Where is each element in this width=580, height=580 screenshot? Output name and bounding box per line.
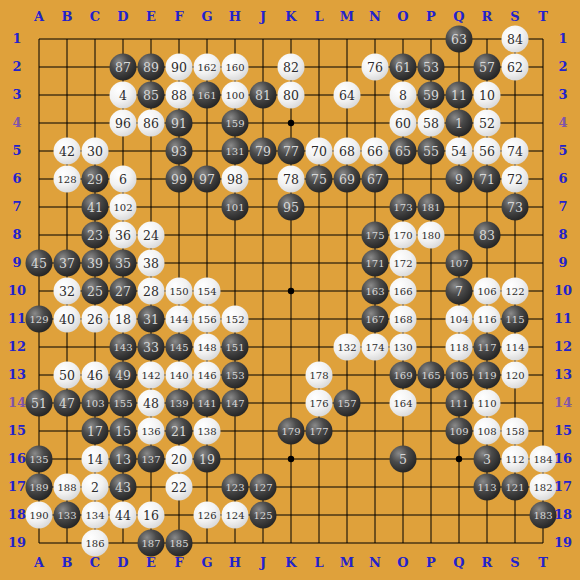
move-number: 161 <box>197 90 216 101</box>
stone-white-18: 18 <box>110 306 137 333</box>
stone-white-168: 168 <box>390 306 417 333</box>
move-number: 61 <box>395 60 411 75</box>
move-number: 101 <box>225 202 244 213</box>
move-number: 25 <box>87 284 103 299</box>
stone-black-23: 23 <box>82 222 109 249</box>
col-label-G: G <box>196 555 218 571</box>
stone-white-136: 136 <box>138 418 165 445</box>
move-number: 20 <box>171 452 187 467</box>
stone-black-161: 161 <box>194 82 221 109</box>
move-number: 47 <box>59 396 75 411</box>
col-label-H: H <box>224 9 246 25</box>
row-label-15: 15 <box>552 423 574 439</box>
move-number: 3 <box>483 452 491 467</box>
stone-black-121: 121 <box>502 474 529 501</box>
move-number: 105 <box>449 370 468 381</box>
stone-white-132: 132 <box>334 334 361 361</box>
stone-black-59: 59 <box>418 82 445 109</box>
move-number: 27 <box>115 284 131 299</box>
move-number: 60 <box>395 116 411 131</box>
stone-black-15: 15 <box>110 418 137 445</box>
stone-white-130: 130 <box>390 334 417 361</box>
move-number: 162 <box>197 62 216 73</box>
col-label-H: H <box>224 555 246 571</box>
move-number: 110 <box>477 398 496 409</box>
move-number: 116 <box>477 314 496 325</box>
stone-black-117: 117 <box>474 334 501 361</box>
stone-white-116: 116 <box>474 306 501 333</box>
stone-black-55: 55 <box>418 138 445 165</box>
stone-white-22: 22 <box>166 474 193 501</box>
col-label-R: R <box>476 555 498 571</box>
stone-white-158: 158 <box>502 418 529 445</box>
stone-white-176: 176 <box>306 390 333 417</box>
move-number: 114 <box>505 342 524 353</box>
move-number: 81 <box>255 88 271 103</box>
move-number: 2 <box>91 480 99 495</box>
row-label-18: 18 <box>552 507 574 523</box>
move-number: 142 <box>141 370 160 381</box>
move-number: 132 <box>337 342 356 353</box>
col-label-F: F <box>168 555 190 571</box>
col-label-B: B <box>56 555 78 571</box>
row-label-10: 10 <box>6 283 28 299</box>
stone-white-72: 72 <box>502 166 529 193</box>
col-label-A: A <box>28 555 50 571</box>
stone-white-186: 186 <box>82 530 109 557</box>
col-label-O: O <box>392 9 414 25</box>
move-number: 109 <box>449 426 468 437</box>
move-number: 147 <box>225 398 244 409</box>
move-number: 104 <box>449 314 468 325</box>
move-number: 13 <box>115 452 131 467</box>
stone-white-138: 138 <box>194 418 221 445</box>
col-label-Q: Q <box>448 555 470 571</box>
move-number: 65 <box>395 144 411 159</box>
stone-black-67: 67 <box>362 166 389 193</box>
move-number: 29 <box>87 172 103 187</box>
row-label-2: 2 <box>6 59 28 75</box>
move-number: 82 <box>283 60 299 75</box>
col-label-K: K <box>280 555 302 571</box>
row-label-17: 17 <box>6 479 28 495</box>
move-number: 78 <box>283 172 299 187</box>
move-number: 56 <box>479 144 495 159</box>
stone-black-35: 35 <box>110 250 137 277</box>
move-number: 54 <box>451 144 467 159</box>
stone-black-97: 97 <box>194 166 221 193</box>
row-label-10: 10 <box>552 283 574 299</box>
stone-white-32: 32 <box>54 278 81 305</box>
move-number: 14 <box>87 452 103 467</box>
move-number: 44 <box>115 508 131 523</box>
row-label-3: 3 <box>552 87 574 103</box>
move-number: 164 <box>393 398 412 409</box>
stone-black-185: 185 <box>166 530 193 557</box>
stone-black-123: 123 <box>222 474 249 501</box>
move-number: 80 <box>283 88 299 103</box>
row-label-8: 8 <box>6 227 28 243</box>
move-number: 166 <box>393 286 412 297</box>
move-number: 119 <box>477 370 496 381</box>
stone-white-60: 60 <box>390 110 417 137</box>
row-label-6: 6 <box>552 171 574 187</box>
move-number: 111 <box>449 398 468 409</box>
move-number: 170 <box>393 230 412 241</box>
stone-black-87: 87 <box>110 54 137 81</box>
row-label-9: 9 <box>552 255 574 271</box>
row-label-1: 1 <box>6 31 28 47</box>
move-number: 1 <box>455 116 463 131</box>
move-number: 180 <box>421 230 440 241</box>
col-label-L: L <box>308 555 330 571</box>
stone-black-167: 167 <box>362 306 389 333</box>
stone-white-70: 70 <box>306 138 333 165</box>
move-number: 136 <box>141 426 160 437</box>
move-number: 153 <box>225 370 244 381</box>
stone-black-179: 179 <box>278 418 305 445</box>
row-label-4: 4 <box>6 115 28 131</box>
move-number: 26 <box>87 312 103 327</box>
row-label-13: 13 <box>552 367 574 383</box>
col-label-O: O <box>392 555 414 571</box>
row-label-16: 16 <box>6 451 28 467</box>
stone-black-21: 21 <box>166 418 193 445</box>
stone-black-133: 133 <box>54 502 81 529</box>
move-number: 31 <box>143 312 159 327</box>
stone-white-48: 48 <box>138 390 165 417</box>
move-number: 165 <box>421 370 440 381</box>
stone-black-19: 19 <box>194 446 221 473</box>
stone-white-172: 172 <box>390 250 417 277</box>
move-number: 55 <box>423 144 439 159</box>
move-number: 84 <box>507 32 523 47</box>
stone-black-95: 95 <box>278 194 305 221</box>
move-number: 174 <box>365 342 384 353</box>
stone-black-99: 99 <box>166 166 193 193</box>
stone-black-71: 71 <box>474 166 501 193</box>
stone-white-190: 190 <box>26 502 53 529</box>
stone-black-53: 53 <box>418 54 445 81</box>
move-number: 167 <box>365 314 384 325</box>
move-number: 140 <box>169 370 188 381</box>
star-point <box>288 456 294 462</box>
stone-black-175: 175 <box>362 222 389 249</box>
stone-white-96: 96 <box>110 110 137 137</box>
stone-white-142: 142 <box>138 362 165 389</box>
stone-black-33: 33 <box>138 334 165 361</box>
move-number: 185 <box>169 538 188 549</box>
stone-black-51: 51 <box>26 390 53 417</box>
stone-black-45: 45 <box>26 250 53 277</box>
move-number: 17 <box>87 424 103 439</box>
move-number: 188 <box>57 482 76 493</box>
move-number: 15 <box>115 424 131 439</box>
stone-black-11: 11 <box>446 82 473 109</box>
stone-white-20: 20 <box>166 446 193 473</box>
move-number: 22 <box>171 480 187 495</box>
stone-white-76: 76 <box>362 54 389 81</box>
star-point <box>456 456 462 462</box>
stone-white-52: 52 <box>474 110 501 137</box>
col-label-D: D <box>112 9 134 25</box>
stone-white-146: 146 <box>194 362 221 389</box>
move-number: 102 <box>113 202 132 213</box>
move-number: 36 <box>115 228 131 243</box>
move-number: 66 <box>367 144 383 159</box>
stone-black-147: 147 <box>222 390 249 417</box>
stone-black-139: 139 <box>166 390 193 417</box>
stone-black-17: 17 <box>82 418 109 445</box>
move-number: 73 <box>507 200 523 215</box>
move-number: 107 <box>449 258 468 269</box>
stone-black-5: 5 <box>390 446 417 473</box>
stone-white-112: 112 <box>502 446 529 473</box>
stone-black-77: 77 <box>278 138 305 165</box>
move-number: 130 <box>393 342 412 353</box>
stone-white-148: 148 <box>194 334 221 361</box>
stone-white-64: 64 <box>334 82 361 109</box>
move-number: 127 <box>253 482 272 493</box>
stone-white-56: 56 <box>474 138 501 165</box>
star-point <box>288 120 294 126</box>
row-label-7: 7 <box>552 199 574 215</box>
move-number: 117 <box>477 342 496 353</box>
move-number: 38 <box>143 256 159 271</box>
move-number: 23 <box>87 228 103 243</box>
move-number: 85 <box>143 88 159 103</box>
move-number: 138 <box>197 426 216 437</box>
stone-white-98: 98 <box>222 166 249 193</box>
stone-white-178: 178 <box>306 362 333 389</box>
stone-black-31: 31 <box>138 306 165 333</box>
move-number: 28 <box>143 284 159 299</box>
stone-white-62: 62 <box>502 54 529 81</box>
stone-white-152: 152 <box>222 306 249 333</box>
stone-white-14: 14 <box>82 446 109 473</box>
stone-white-54: 54 <box>446 138 473 165</box>
move-number: 91 <box>171 116 187 131</box>
row-label-5: 5 <box>6 143 28 159</box>
col-label-N: N <box>364 555 386 571</box>
move-number: 87 <box>115 60 131 75</box>
stone-white-188: 188 <box>54 474 81 501</box>
stone-white-164: 164 <box>390 390 417 417</box>
move-number: 144 <box>169 314 188 325</box>
col-label-C: C <box>84 9 106 25</box>
row-label-6: 6 <box>6 171 28 187</box>
row-label-17: 17 <box>552 479 574 495</box>
move-number: 62 <box>507 60 523 75</box>
stone-black-69: 69 <box>334 166 361 193</box>
stone-white-110: 110 <box>474 390 501 417</box>
stone-white-26: 26 <box>82 306 109 333</box>
stone-black-37: 37 <box>54 250 81 277</box>
move-number: 182 <box>533 482 552 493</box>
move-number: 113 <box>477 482 496 493</box>
stone-black-7: 7 <box>446 278 473 305</box>
col-label-S: S <box>504 555 526 571</box>
stone-black-1: 1 <box>446 110 473 137</box>
stone-black-177: 177 <box>306 418 333 445</box>
stone-black-63: 63 <box>446 26 473 53</box>
col-label-M: M <box>336 9 358 25</box>
col-label-T: T <box>532 555 554 571</box>
stone-white-180: 180 <box>418 222 445 249</box>
move-number: 86 <box>143 116 159 131</box>
row-label-4: 4 <box>552 115 574 131</box>
move-number: 6 <box>119 172 127 187</box>
stone-black-101: 101 <box>222 194 249 221</box>
stone-white-114: 114 <box>502 334 529 361</box>
stone-black-81: 81 <box>250 82 277 109</box>
move-number: 39 <box>87 256 103 271</box>
stone-white-66: 66 <box>362 138 389 165</box>
stone-white-100: 100 <box>222 82 249 109</box>
move-number: 33 <box>143 340 159 355</box>
stone-black-49: 49 <box>110 362 137 389</box>
move-number: 159 <box>225 118 244 129</box>
stone-white-16: 16 <box>138 502 165 529</box>
col-label-P: P <box>420 9 442 25</box>
move-number: 148 <box>197 342 216 353</box>
move-number: 98 <box>227 172 243 187</box>
row-label-14: 14 <box>6 395 28 411</box>
stone-black-157: 157 <box>334 390 361 417</box>
row-label-2: 2 <box>552 59 574 75</box>
move-number: 125 <box>253 510 272 521</box>
move-number: 42 <box>59 144 75 159</box>
stone-black-61: 61 <box>390 54 417 81</box>
stone-black-39: 39 <box>82 250 109 277</box>
stone-black-151: 151 <box>222 334 249 361</box>
stone-black-125: 125 <box>250 502 277 529</box>
move-number: 112 <box>505 454 524 465</box>
move-number: 49 <box>115 368 131 383</box>
move-number: 176 <box>309 398 328 409</box>
row-label-12: 12 <box>6 339 28 355</box>
stone-white-84: 84 <box>502 26 529 53</box>
move-number: 137 <box>141 454 160 465</box>
stone-white-154: 154 <box>194 278 221 305</box>
move-number: 58 <box>423 116 439 131</box>
move-number: 146 <box>197 370 216 381</box>
move-number: 187 <box>141 538 160 549</box>
row-label-5: 5 <box>552 143 574 159</box>
stone-white-8: 8 <box>390 82 417 109</box>
stone-white-150: 150 <box>166 278 193 305</box>
move-number: 19 <box>199 452 215 467</box>
move-number: 50 <box>59 368 75 383</box>
col-label-K: K <box>280 9 302 25</box>
stone-white-134: 134 <box>82 502 109 529</box>
stone-white-162: 162 <box>194 54 221 81</box>
stone-black-9: 9 <box>446 166 473 193</box>
col-label-F: F <box>168 9 190 25</box>
move-number: 32 <box>59 284 75 299</box>
move-number: 121 <box>505 482 524 493</box>
stone-black-181: 181 <box>418 194 445 221</box>
stone-black-137: 137 <box>138 446 165 473</box>
stone-white-40: 40 <box>54 306 81 333</box>
move-number: 129 <box>29 314 48 325</box>
stone-black-109: 109 <box>446 418 473 445</box>
move-number: 63 <box>451 32 467 47</box>
stone-black-111: 111 <box>446 390 473 417</box>
stone-white-122: 122 <box>502 278 529 305</box>
col-label-N: N <box>364 9 386 25</box>
col-label-Q: Q <box>448 9 470 25</box>
move-number: 24 <box>143 228 159 243</box>
move-number: 96 <box>115 116 131 131</box>
row-label-16: 16 <box>552 451 574 467</box>
stone-white-90: 90 <box>166 54 193 81</box>
move-number: 18 <box>115 312 131 327</box>
move-number: 178 <box>309 370 328 381</box>
col-label-E: E <box>140 555 162 571</box>
move-number: 11 <box>451 88 467 103</box>
stone-white-108: 108 <box>474 418 501 445</box>
move-number: 69 <box>339 172 355 187</box>
col-label-G: G <box>196 9 218 25</box>
stone-black-159: 159 <box>222 110 249 137</box>
col-label-J: J <box>252 555 274 571</box>
stone-black-47: 47 <box>54 390 81 417</box>
move-number: 67 <box>367 172 383 187</box>
stone-white-102: 102 <box>110 194 137 221</box>
move-number: 158 <box>505 426 524 437</box>
stone-black-131: 131 <box>222 138 249 165</box>
stone-white-160: 160 <box>222 54 249 81</box>
stone-white-58: 58 <box>418 110 445 137</box>
move-number: 88 <box>171 88 187 103</box>
move-number: 53 <box>423 60 439 75</box>
stone-white-38: 38 <box>138 250 165 277</box>
move-number: 123 <box>225 482 244 493</box>
move-number: 128 <box>57 174 76 185</box>
stone-black-129: 129 <box>26 306 53 333</box>
move-number: 21 <box>171 424 187 439</box>
stone-white-2: 2 <box>82 474 109 501</box>
stone-black-65: 65 <box>390 138 417 165</box>
move-number: 4 <box>119 88 127 103</box>
stone-black-107: 107 <box>446 250 473 277</box>
stone-black-141: 141 <box>194 390 221 417</box>
move-number: 160 <box>225 62 244 73</box>
move-number: 179 <box>281 426 300 437</box>
stone-black-189: 189 <box>26 474 53 501</box>
stone-black-127: 127 <box>250 474 277 501</box>
move-number: 59 <box>423 88 439 103</box>
move-number: 7 <box>455 284 463 299</box>
row-label-13: 13 <box>6 367 28 383</box>
move-number: 152 <box>225 314 244 325</box>
stone-black-89: 89 <box>138 54 165 81</box>
move-number: 79 <box>255 144 271 159</box>
move-number: 155 <box>113 398 132 409</box>
row-label-15: 15 <box>6 423 28 439</box>
move-number: 175 <box>365 230 384 241</box>
stone-white-10: 10 <box>474 82 501 109</box>
stone-black-83: 83 <box>474 222 501 249</box>
move-number: 77 <box>283 144 299 159</box>
stone-black-25: 25 <box>82 278 109 305</box>
row-label-9: 9 <box>6 255 28 271</box>
stone-white-74: 74 <box>502 138 529 165</box>
stone-black-143: 143 <box>110 334 137 361</box>
col-label-L: L <box>308 9 330 25</box>
stone-black-173: 173 <box>390 194 417 221</box>
